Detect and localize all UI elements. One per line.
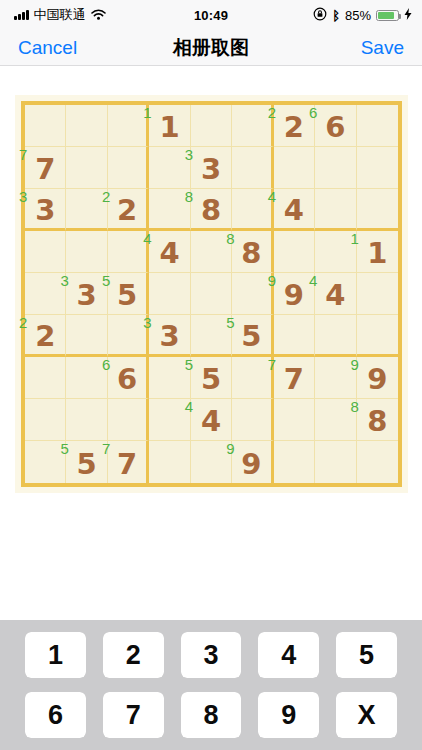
orientation-lock-icon (313, 7, 327, 24)
photo-digit: 3 (35, 196, 55, 225)
sudoku-cell-r2c7[interactable] (274, 147, 315, 189)
sudoku-cell-r3c5[interactable]: 88 (191, 189, 232, 231)
sudoku-cell-r2c1[interactable]: 77 (25, 147, 66, 189)
recognized-digit: 1 (351, 231, 359, 248)
sudoku-cell-r7c5[interactable]: 55 (191, 357, 232, 399)
sudoku-cell-r6c2[interactable] (66, 315, 107, 357)
sudoku-cell-r7c1[interactable] (25, 357, 66, 399)
cancel-button[interactable]: Cancel (18, 30, 77, 66)
sudoku-cell-r1c5[interactable] (191, 105, 232, 147)
sudoku-cell-r3c8[interactable] (315, 189, 356, 231)
sudoku-cell-r7c7[interactable]: 77 (274, 357, 315, 399)
sudoku-cell-r3c3[interactable]: 22 (108, 189, 149, 231)
sudoku-cell-r5c5[interactable] (191, 273, 232, 315)
sudoku-cell-r7c3[interactable]: 66 (108, 357, 149, 399)
recognized-digit: 6 (102, 357, 110, 374)
sudoku-cell-r8c9[interactable]: 88 (357, 399, 398, 441)
sudoku-cell-r4c9[interactable]: 11 (357, 231, 398, 273)
photo-digit: 2 (284, 113, 304, 142)
sudoku-cell-r5c8[interactable]: 44 (315, 273, 356, 315)
photo-digit: 3 (77, 281, 97, 310)
recognized-digit: 3 (60, 273, 68, 290)
charging-bolt-icon (404, 8, 412, 23)
recognized-digit: 1 (143, 105, 151, 122)
recognized-digit: 6 (309, 105, 317, 122)
sudoku-cell-r2c5[interactable]: 33 (191, 147, 232, 189)
recognized-digit: 3 (185, 147, 193, 164)
recognized-digit: 5 (102, 273, 110, 290)
recognized-digit: 5 (226, 315, 234, 332)
sudoku-cell-r6c6[interactable]: 55 (232, 315, 273, 357)
sudoku-cell-r2c6[interactable] (232, 147, 273, 189)
photo-digit: 6 (117, 365, 137, 394)
key-5[interactable]: 5 (336, 632, 397, 678)
sudoku-cell-r3c1[interactable]: 33 (25, 189, 66, 231)
photo-digit: 9 (241, 450, 261, 479)
sudoku-cell-r8c6[interactable] (232, 399, 273, 441)
sudoku-cell-r5c4[interactable] (149, 273, 190, 315)
status-right: ᛒ 85% (313, 7, 422, 24)
recognized-digit: 8 (226, 231, 234, 248)
sudoku-cell-r6c1[interactable]: 22 (25, 315, 66, 357)
sudoku-cell-r8c5[interactable]: 44 (191, 399, 232, 441)
sudoku-cell-r4c2[interactable] (66, 231, 107, 273)
sudoku-cell-r2c3[interactable] (108, 147, 149, 189)
photo-digit: 6 (325, 113, 345, 142)
sudoku-cell-r9c9[interactable] (357, 441, 398, 483)
sudoku-cell-r3c7[interactable]: 44 (274, 189, 315, 231)
key-6[interactable]: 6 (25, 692, 86, 738)
wifi-icon (91, 8, 106, 23)
save-button[interactable]: Save (361, 30, 404, 66)
key-2[interactable]: 2 (103, 632, 164, 678)
sudoku-cell-r9c7[interactable] (274, 441, 315, 483)
photo-digit: 8 (367, 407, 387, 436)
sudoku-cell-r8c7[interactable] (274, 399, 315, 441)
photo-digit: 4 (159, 239, 179, 268)
sudoku-cell-r1c2[interactable] (66, 105, 107, 147)
photo-digit: 4 (284, 196, 304, 225)
sudoku-cell-r8c3[interactable] (108, 399, 149, 441)
recognized-digit: 5 (60, 441, 68, 458)
sudoku-cell-r1c4[interactable]: 11 (149, 105, 190, 147)
recognized-digit: 4 (185, 399, 193, 416)
sudoku-board: 1122667733332288444488113355994422335566… (21, 101, 402, 487)
battery-icon (376, 10, 399, 21)
status-bar: 中国联通 10:49 ᛒ (0, 0, 422, 30)
photo-digit: 3 (159, 322, 179, 351)
sudoku-cell-r4c7[interactable] (274, 231, 315, 273)
carrier-label: 中国联通 (34, 6, 86, 24)
sudoku-cell-r8c1[interactable] (25, 399, 66, 441)
sudoku-cell-r1c8[interactable]: 66 (315, 105, 356, 147)
photo-digit: 1 (159, 113, 179, 142)
photo-digit: 2 (117, 196, 137, 225)
photo-digit: 5 (77, 450, 97, 479)
digit-keyboard: 12345 6789X (0, 620, 422, 750)
sudoku-cell-r2c2[interactable] (66, 147, 107, 189)
photo-digit: 8 (201, 196, 221, 225)
sudoku-cell-r4c6[interactable]: 88 (232, 231, 273, 273)
sudoku-cell-r1c1[interactable] (25, 105, 66, 147)
key-x[interactable]: X (336, 692, 397, 738)
photo-digit: 9 (367, 365, 387, 394)
recognized-digit: 7 (19, 147, 27, 164)
photo-digit: 8 (241, 239, 261, 268)
recognized-digit: 5 (185, 357, 193, 374)
photo-digit: 4 (201, 407, 221, 436)
photo-digit: 3 (201, 155, 221, 184)
photo-preview: 1122667733332288444488113355994422335566… (15, 95, 408, 493)
sudoku-cell-r9c8[interactable] (315, 441, 356, 483)
recognized-digit: 4 (143, 231, 151, 248)
recognized-digit: 9 (351, 357, 359, 374)
nav-bar: Cancel 相册取图 Save (0, 30, 422, 66)
sudoku-cell-r2c8[interactable] (315, 147, 356, 189)
recognized-digit: 9 (226, 441, 234, 458)
photo-digit: 1 (367, 239, 387, 268)
keyboard-row-2: 6789X (0, 692, 422, 738)
photo-digit: 9 (284, 281, 304, 310)
sudoku-cell-r5c3[interactable]: 55 (108, 273, 149, 315)
sudoku-cell-r1c9[interactable] (357, 105, 398, 147)
sudoku-cell-r2c9[interactable] (357, 147, 398, 189)
sudoku-cell-r6c8[interactable] (315, 315, 356, 357)
recognized-digit: 7 (102, 441, 110, 458)
recognized-digit: 3 (143, 315, 151, 332)
bluetooth-icon: ᛒ (332, 9, 340, 22)
recognized-digit: 4 (268, 189, 276, 206)
recognized-digit: 2 (268, 105, 276, 122)
recognized-digit: 2 (19, 315, 27, 332)
photo-digit: 5 (241, 322, 261, 351)
recognized-digit: 4 (309, 273, 317, 290)
sudoku-cell-r6c7[interactable] (274, 315, 315, 357)
photo-digit: 4 (325, 281, 345, 310)
sudoku-cell-r9c6[interactable]: 99 (232, 441, 273, 483)
key-7[interactable]: 7 (103, 692, 164, 738)
battery-fill (378, 12, 394, 19)
photo-digit: 7 (117, 450, 137, 479)
key-1[interactable]: 1 (25, 632, 86, 678)
battery-percent-label: 85% (345, 8, 371, 23)
sudoku-cell-r9c3[interactable]: 77 (108, 441, 149, 483)
screen: 中国联通 10:49 ᛒ (0, 0, 422, 750)
top-bars: 中国联通 10:49 ᛒ (0, 0, 422, 66)
signal-strength-icon (14, 10, 29, 20)
sudoku-cell-r8c2[interactable] (66, 399, 107, 441)
status-left: 中国联通 (0, 6, 106, 24)
sudoku-cell-r7c9[interactable]: 99 (357, 357, 398, 399)
sudoku-cell-r5c9[interactable] (357, 273, 398, 315)
keyboard-row-1: 12345 (0, 632, 422, 678)
recognized-digit: 8 (351, 399, 359, 416)
key-8[interactable]: 8 (181, 692, 242, 738)
photo-digit: 5 (201, 365, 221, 394)
key-4[interactable]: 4 (258, 632, 319, 678)
recognized-digit: 7 (268, 357, 276, 374)
recognized-digit: 9 (268, 273, 276, 290)
key-9[interactable]: 9 (258, 692, 319, 738)
sudoku-cell-r4c4[interactable]: 44 (149, 231, 190, 273)
photo-digit: 7 (284, 365, 304, 394)
sudoku-cell-r4c1[interactable] (25, 231, 66, 273)
recognized-digit: 8 (185, 189, 193, 206)
photo-digit: 7 (35, 155, 55, 184)
photo-digit: 2 (35, 322, 55, 351)
recognized-digit: 3 (19, 189, 27, 206)
key-3[interactable]: 3 (181, 632, 242, 678)
sudoku-cell-r6c4[interactable]: 33 (149, 315, 190, 357)
recognized-digit: 2 (102, 189, 110, 206)
sudoku-cell-r9c4[interactable] (149, 441, 190, 483)
photo-digit: 5 (117, 281, 137, 310)
sudoku-cell-r6c9[interactable] (357, 315, 398, 357)
sudoku-cell-r3c9[interactable] (357, 189, 398, 231)
